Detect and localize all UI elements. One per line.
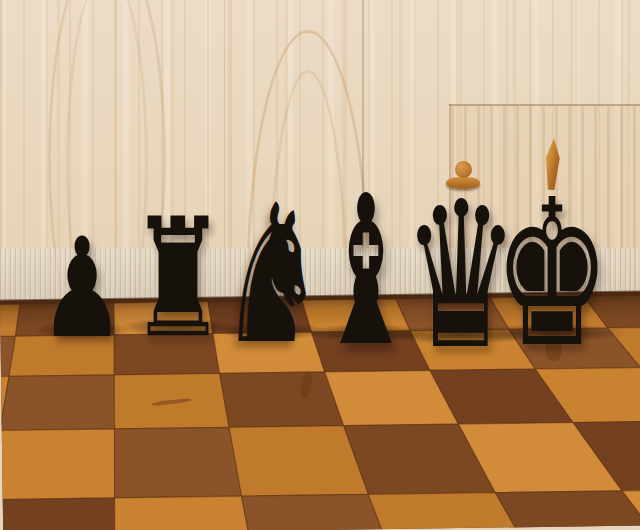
black-knight-glyph: ♞ — [219, 179, 325, 370]
photo-stage: ♟♜♞♝♛♚ — [0, 0, 640, 530]
queen-wood-finial-ball — [455, 161, 472, 178]
pieces-layer: ♟♜♞♝♛♚ — [0, 0, 640, 530]
black-rook-glyph: ♜ — [130, 197, 227, 361]
black-pawn-glyph: ♟ — [39, 220, 124, 358]
queen-wood-finial-disc — [446, 177, 480, 189]
black-king-glyph: ♚ — [494, 172, 611, 375]
black-bishop-glyph: ♝ — [317, 169, 416, 376]
